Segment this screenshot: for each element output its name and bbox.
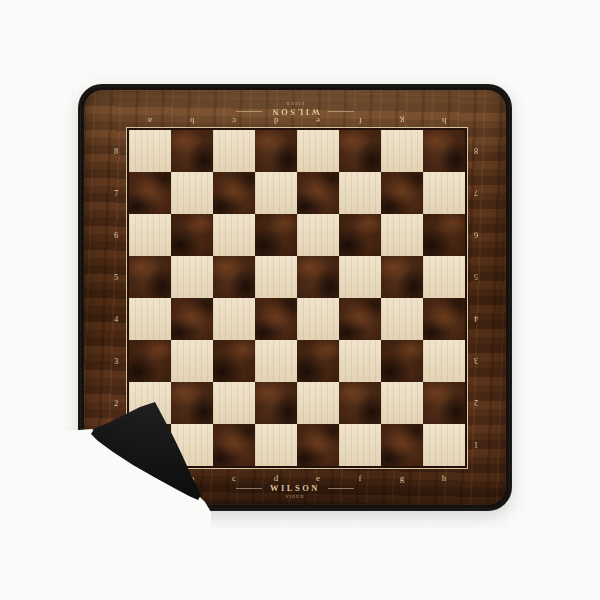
chess-board <box>129 130 465 466</box>
square-e5 <box>297 256 339 298</box>
square-d4 <box>255 298 297 340</box>
square-a5 <box>129 256 171 298</box>
file-label-top-d: d <box>255 115 297 127</box>
square-e3 <box>297 340 339 382</box>
rank-label-right-7: 7 <box>468 172 484 214</box>
rank-label-right-5: 5 <box>468 256 484 298</box>
brand-rule <box>328 112 354 113</box>
rank-label-right-4: 4 <box>468 298 484 340</box>
brand-name: WILSON <box>270 483 320 493</box>
square-a8 <box>129 130 171 172</box>
square-b8 <box>171 130 213 172</box>
square-b7 <box>171 172 213 214</box>
rank-label-left-4: 4 <box>108 298 124 340</box>
square-d6 <box>255 214 297 256</box>
square-h3 <box>423 340 465 382</box>
brand-rule <box>236 112 262 113</box>
square-e6 <box>297 214 339 256</box>
square-f5 <box>339 256 381 298</box>
square-e7 <box>297 172 339 214</box>
square-g6 <box>381 214 423 256</box>
square-b2 <box>171 382 213 424</box>
square-a6 <box>129 214 171 256</box>
square-g1 <box>381 424 423 466</box>
rank-label-left-3: 3 <box>108 340 124 382</box>
board-border <box>126 127 468 469</box>
square-c5 <box>213 256 255 298</box>
brand-subtext: vieux <box>286 494 305 499</box>
rank-labels-left: 87654321 <box>108 130 124 466</box>
square-c4 <box>213 298 255 340</box>
square-f6 <box>339 214 381 256</box>
square-d3 <box>255 340 297 382</box>
square-f2 <box>339 382 381 424</box>
square-f3 <box>339 340 381 382</box>
rank-label-left-2: 2 <box>108 382 124 424</box>
square-d2 <box>255 382 297 424</box>
square-h5 <box>423 256 465 298</box>
square-g7 <box>381 172 423 214</box>
square-d8 <box>255 130 297 172</box>
file-label-top-a: a <box>129 115 171 127</box>
square-d7 <box>255 172 297 214</box>
rank-label-right-1: 1 <box>468 424 484 466</box>
square-c7 <box>213 172 255 214</box>
brand-subtext: vieux <box>286 101 305 106</box>
square-h2 <box>423 382 465 424</box>
square-g5 <box>381 256 423 298</box>
square-b4 <box>171 298 213 340</box>
brand-mark-bottom: WILSON vieux <box>126 483 464 499</box>
square-b6 <box>171 214 213 256</box>
square-d5 <box>255 256 297 298</box>
square-a7 <box>129 172 171 214</box>
square-e1 <box>297 424 339 466</box>
square-c1 <box>213 424 255 466</box>
rank-label-left-5: 5 <box>108 256 124 298</box>
square-g3 <box>381 340 423 382</box>
square-f7 <box>339 172 381 214</box>
square-f8 <box>339 130 381 172</box>
rank-label-right-3: 3 <box>468 340 484 382</box>
rank-labels-right: 87654321 <box>468 130 484 466</box>
square-c6 <box>213 214 255 256</box>
square-c3 <box>213 340 255 382</box>
square-e8 <box>297 130 339 172</box>
file-labels-top: abcdefgh <box>129 115 465 127</box>
square-c2 <box>213 382 255 424</box>
square-a4 <box>129 298 171 340</box>
square-b1 <box>171 424 213 466</box>
square-g8 <box>381 130 423 172</box>
square-e2 <box>297 382 339 424</box>
square-b3 <box>171 340 213 382</box>
rank-label-left-7: 7 <box>108 172 124 214</box>
square-e4 <box>297 298 339 340</box>
rank-label-left-8: 8 <box>108 130 124 172</box>
square-h6 <box>423 214 465 256</box>
square-a3 <box>129 340 171 382</box>
file-label-top-g: g <box>381 115 423 127</box>
product-photo: WILSON vieux abcdefgh 87654321 87654321 … <box>0 0 600 600</box>
rank-label-right-6: 6 <box>468 214 484 256</box>
square-h8 <box>423 130 465 172</box>
rank-label-left-6: 6 <box>108 214 124 256</box>
square-g2 <box>381 382 423 424</box>
square-f1 <box>339 424 381 466</box>
square-g4 <box>381 298 423 340</box>
rank-label-left-1: 1 <box>108 424 124 466</box>
rank-label-right-8: 8 <box>468 130 484 172</box>
file-label-top-e: e <box>297 115 339 127</box>
brand-rule <box>328 488 354 489</box>
chess-mat: WILSON vieux abcdefgh 87654321 87654321 … <box>78 84 512 511</box>
file-label-top-b: b <box>171 115 213 127</box>
square-h1 <box>423 424 465 466</box>
square-h4 <box>423 298 465 340</box>
file-label-top-h: h <box>423 115 465 127</box>
square-b5 <box>171 256 213 298</box>
square-a2 <box>129 382 171 424</box>
brand-rule <box>236 488 262 489</box>
file-label-top-f: f <box>339 115 381 127</box>
file-label-top-c: c <box>213 115 255 127</box>
square-h7 <box>423 172 465 214</box>
square-c8 <box>213 130 255 172</box>
rank-label-right-2: 2 <box>468 382 484 424</box>
square-a1 <box>129 424 171 466</box>
square-d1 <box>255 424 297 466</box>
square-f4 <box>339 298 381 340</box>
